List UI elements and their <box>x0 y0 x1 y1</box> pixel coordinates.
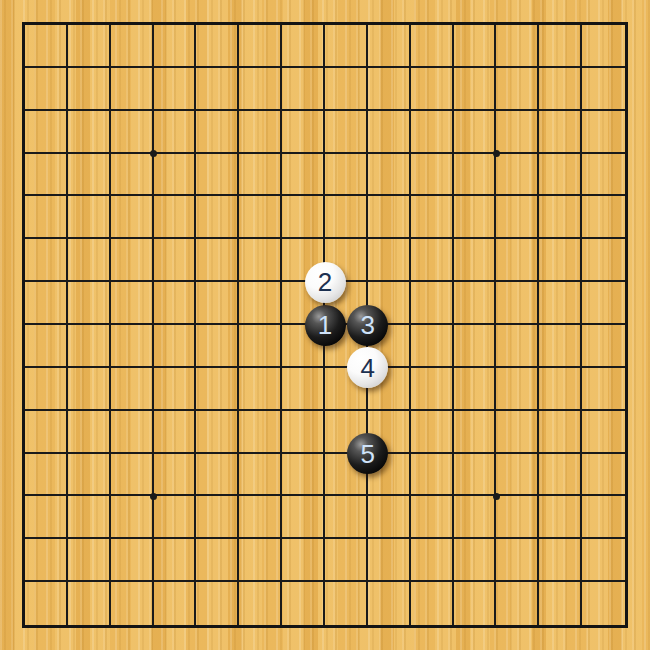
grid-cell <box>282 539 325 582</box>
grid-cell <box>68 196 111 239</box>
grid-cell <box>196 111 239 154</box>
grid-cell <box>154 325 197 368</box>
grid-cell <box>68 582 111 625</box>
grid-cell <box>325 68 368 111</box>
grid-cell <box>196 25 239 68</box>
grid-cell <box>582 68 625 111</box>
star-point <box>493 493 500 500</box>
grid-cell <box>454 282 497 325</box>
grid-cell <box>325 154 368 197</box>
grid-cell <box>196 239 239 282</box>
grid-cell <box>196 368 239 411</box>
grid-cell <box>454 539 497 582</box>
grid-cell <box>454 154 497 197</box>
grid-cell <box>325 496 368 539</box>
grid-cell <box>411 68 454 111</box>
star-point <box>493 150 500 157</box>
grid-cell <box>454 111 497 154</box>
grid-cell <box>539 25 582 68</box>
grid-cell <box>582 496 625 539</box>
grid-cell <box>196 539 239 582</box>
grid-cell <box>539 68 582 111</box>
star-point <box>150 493 157 500</box>
grid-cell <box>411 411 454 454</box>
grid-cell <box>196 196 239 239</box>
grid-cell <box>154 282 197 325</box>
grid-cell <box>539 282 582 325</box>
grid-cell <box>582 154 625 197</box>
grid-cell <box>454 325 497 368</box>
grid-cell <box>496 25 539 68</box>
grid-cell <box>368 539 411 582</box>
grid-cell <box>25 411 68 454</box>
grid-cell <box>111 496 154 539</box>
move-number-label: 2 <box>318 269 332 295</box>
grid-cell <box>454 454 497 497</box>
grid-cell <box>496 239 539 282</box>
grid-cell <box>582 25 625 68</box>
grid-cell <box>454 25 497 68</box>
grid-cell <box>68 239 111 282</box>
grid-cell <box>196 454 239 497</box>
grid-cell <box>239 68 282 111</box>
grid-cell <box>539 368 582 411</box>
grid-cell <box>411 282 454 325</box>
grid-cell <box>196 68 239 111</box>
grid-cell <box>68 154 111 197</box>
grid-cell <box>282 411 325 454</box>
grid-cell <box>196 325 239 368</box>
grid-cell <box>539 496 582 539</box>
grid-cell <box>539 239 582 282</box>
grid-cell <box>111 25 154 68</box>
grid-cell <box>411 325 454 368</box>
grid-cell <box>111 68 154 111</box>
grid-cell <box>454 582 497 625</box>
grid-cell <box>368 68 411 111</box>
grid-cell <box>454 368 497 411</box>
grid-cell <box>68 25 111 68</box>
grid-cell <box>582 325 625 368</box>
move-number-label: 4 <box>361 355 375 381</box>
grid-cell <box>68 325 111 368</box>
grid-cell <box>582 411 625 454</box>
grid-cell <box>411 539 454 582</box>
grid-cell <box>239 111 282 154</box>
grid-cell <box>496 325 539 368</box>
grid-cell <box>454 68 497 111</box>
grid-cell <box>411 196 454 239</box>
grid-cell <box>582 454 625 497</box>
grid-cell <box>539 325 582 368</box>
grid-cell <box>282 25 325 68</box>
grid-cell <box>325 111 368 154</box>
grid-cell <box>239 496 282 539</box>
grid-cell <box>68 539 111 582</box>
grid-cell <box>196 282 239 325</box>
grid-cell <box>496 68 539 111</box>
grid-cell <box>196 496 239 539</box>
grid-cell <box>411 154 454 197</box>
grid-cell <box>582 582 625 625</box>
grid-cell <box>68 368 111 411</box>
stone-white-2: 2 <box>305 262 346 303</box>
grid-cell <box>196 154 239 197</box>
grid-cell <box>154 539 197 582</box>
grid-cell <box>68 68 111 111</box>
grid-cell <box>282 368 325 411</box>
grid-cell <box>411 454 454 497</box>
grid-cell <box>239 539 282 582</box>
grid-cell <box>368 196 411 239</box>
grid-cell <box>368 496 411 539</box>
grid-cell <box>368 111 411 154</box>
grid-cell <box>111 325 154 368</box>
grid-cell <box>539 582 582 625</box>
stone-black-3: 3 <box>347 305 388 346</box>
grid-cell <box>582 539 625 582</box>
grid-cell <box>282 454 325 497</box>
grid-cell <box>239 239 282 282</box>
grid-cell <box>496 411 539 454</box>
grid-cell <box>454 411 497 454</box>
grid-cell <box>25 325 68 368</box>
grid-cell <box>411 239 454 282</box>
grid-cell <box>496 111 539 154</box>
grid-cell <box>411 582 454 625</box>
grid-cell <box>454 239 497 282</box>
grid-cell <box>539 154 582 197</box>
grid-cell <box>368 25 411 68</box>
grid-cell <box>239 582 282 625</box>
grid-cell <box>239 368 282 411</box>
grid-cell <box>539 539 582 582</box>
grid-cell <box>539 111 582 154</box>
grid-cell <box>496 454 539 497</box>
grid-cell <box>68 111 111 154</box>
grid-cell <box>68 454 111 497</box>
grid-cell <box>282 582 325 625</box>
grid-cell <box>154 496 197 539</box>
grid-cell <box>325 25 368 68</box>
grid-cell <box>496 496 539 539</box>
grid-cell <box>411 496 454 539</box>
grid-cell <box>368 154 411 197</box>
grid-cell <box>239 325 282 368</box>
grid-cell <box>239 282 282 325</box>
grid-cell <box>25 454 68 497</box>
grid-cell <box>111 582 154 625</box>
grid-cell <box>496 368 539 411</box>
grid-cell <box>239 196 282 239</box>
grid-cell <box>111 454 154 497</box>
grid-cell <box>154 411 197 454</box>
grid-cell <box>582 282 625 325</box>
grid-cell <box>25 154 68 197</box>
grid-cell <box>111 282 154 325</box>
grid-cell <box>496 154 539 197</box>
grid-cell <box>25 111 68 154</box>
stone-black-1: 1 <box>305 305 346 346</box>
grid-cell <box>196 582 239 625</box>
grid-cell <box>582 368 625 411</box>
grid-cell <box>111 196 154 239</box>
grid-cell <box>582 196 625 239</box>
grid-cell <box>111 154 154 197</box>
grid-cell <box>25 196 68 239</box>
grid-cell <box>496 196 539 239</box>
grid-cell <box>68 282 111 325</box>
grid-cell <box>25 582 68 625</box>
grid-cell <box>539 196 582 239</box>
grid-cell <box>411 111 454 154</box>
move-number-label: 5 <box>361 441 375 467</box>
grid-cell <box>582 111 625 154</box>
grid-cell <box>154 25 197 68</box>
grid-cell <box>154 111 197 154</box>
grid-cell <box>239 25 282 68</box>
grid-cell <box>111 411 154 454</box>
grid-cell <box>154 368 197 411</box>
grid-cell <box>282 68 325 111</box>
grid-cell <box>282 154 325 197</box>
grid-cell <box>68 411 111 454</box>
grid-cell <box>325 582 368 625</box>
grid-cell <box>154 454 197 497</box>
grid-cell <box>154 582 197 625</box>
grid-cell <box>68 496 111 539</box>
grid-cell <box>154 239 197 282</box>
grid-cell <box>25 282 68 325</box>
grid-cell <box>539 454 582 497</box>
grid-cell <box>454 496 497 539</box>
grid-cell <box>325 539 368 582</box>
grid-cell <box>154 154 197 197</box>
grid-cell <box>25 68 68 111</box>
grid-cell <box>25 239 68 282</box>
grid-cell <box>25 25 68 68</box>
grid-cell <box>282 496 325 539</box>
grid-cell <box>25 496 68 539</box>
grid-cell <box>239 411 282 454</box>
grid-cell <box>368 582 411 625</box>
grid-cell <box>25 368 68 411</box>
grid-cell <box>282 196 325 239</box>
gomoku-board: 12345 <box>0 0 650 650</box>
grid-cell <box>111 539 154 582</box>
grid-cell <box>411 25 454 68</box>
grid-cell <box>325 196 368 239</box>
grid-cell <box>111 111 154 154</box>
grid-cell <box>111 239 154 282</box>
move-number-label: 1 <box>318 312 332 338</box>
grid-cell <box>25 539 68 582</box>
grid-cell <box>368 239 411 282</box>
grid-cell <box>239 454 282 497</box>
grid-cell <box>454 196 497 239</box>
grid-cell <box>582 239 625 282</box>
grid-cell <box>496 539 539 582</box>
grid-cell <box>539 411 582 454</box>
grid-cell <box>282 111 325 154</box>
move-number-label: 3 <box>361 312 375 338</box>
grid-cell <box>111 368 154 411</box>
grid-cell <box>496 282 539 325</box>
grid-cell <box>196 411 239 454</box>
grid-cell <box>411 368 454 411</box>
grid-cell <box>154 68 197 111</box>
grid-cell <box>239 154 282 197</box>
grid-cell <box>154 196 197 239</box>
grid-cell <box>496 582 539 625</box>
